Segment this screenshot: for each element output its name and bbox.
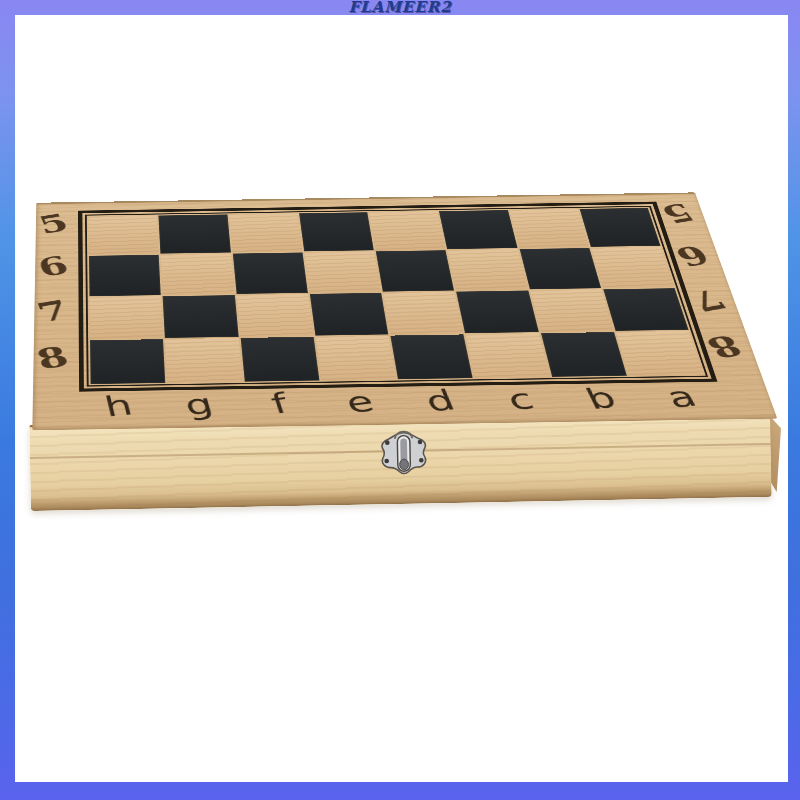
square-e8 (315, 335, 396, 380)
coordinate-label: a (636, 380, 733, 424)
square-d6 (376, 250, 454, 291)
rank-labels-left: 5678 (33, 211, 79, 393)
square-d5 (369, 211, 445, 250)
square-c6 (448, 249, 528, 290)
square-c5 (439, 210, 517, 249)
square-c8 (465, 333, 549, 378)
square-c7 (456, 290, 538, 333)
square-e5 (299, 212, 374, 251)
square-a7 (603, 288, 688, 331)
box-lid-wrapper: 5678 5678 hgfedcba (3, 115, 766, 493)
square-f8 (240, 337, 319, 382)
board-inner-border (85, 206, 708, 387)
chess-box-scene: 5678 5678 hgfedcba (0, 0, 800, 800)
coordinate-label: h (76, 388, 164, 433)
checkerboard (89, 208, 704, 384)
square-h5 (89, 216, 159, 255)
coordinate-label: e (316, 385, 408, 430)
watermark: FLAMEER2 (0, 0, 800, 14)
coordinate-label: f (236, 386, 327, 431)
square-a6 (591, 247, 674, 288)
square-a8 (616, 331, 704, 376)
square-b8 (541, 332, 627, 377)
square-b5 (509, 209, 589, 248)
square-g5 (159, 214, 231, 253)
square-f6 (232, 253, 307, 294)
square-h8 (90, 339, 165, 384)
coordinate-label: g (156, 387, 246, 432)
square-e6 (304, 251, 381, 292)
square-g6 (161, 254, 235, 295)
board-border (78, 202, 717, 392)
square-d7 (383, 291, 463, 334)
square-g7 (163, 295, 238, 338)
square-f5 (229, 213, 302, 252)
square-d8 (390, 334, 473, 379)
square-b7 (530, 289, 614, 332)
square-h6 (89, 255, 161, 296)
square-a5 (579, 208, 660, 247)
square-b6 (519, 248, 601, 289)
square-e7 (310, 293, 389, 336)
square-h7 (89, 296, 163, 339)
square-f7 (236, 294, 313, 337)
board-top-face: 5678 5678 hgfedcba (32, 192, 777, 430)
square-g8 (165, 338, 242, 383)
